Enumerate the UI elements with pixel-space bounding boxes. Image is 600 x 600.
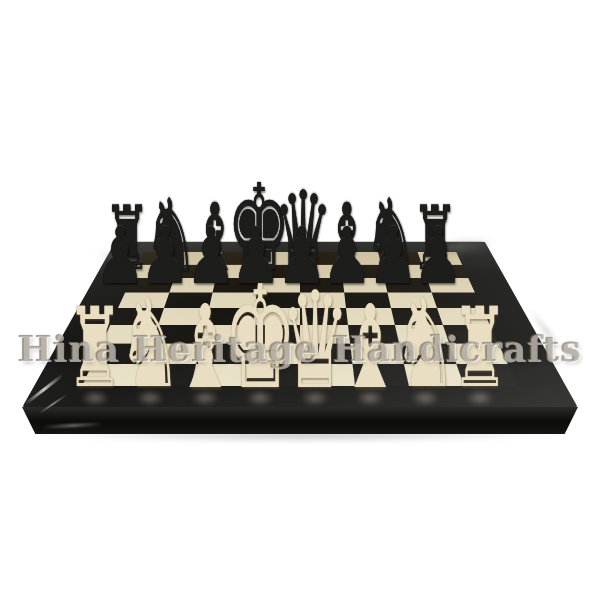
piece-white-knight-g1[interactable]: ♞: [393, 282, 457, 405]
product-photo: ♜♞♝♚♛♝♞♜♟♟♟♟♟♟♟♟♜♞♝♚♛♝♞♜ Hina Heritage H…: [0, 0, 600, 600]
board-shadow: [40, 433, 560, 443]
piece-white-knight-b1[interactable]: ♞: [118, 282, 182, 405]
piece-white-rook-a1[interactable]: ♜: [66, 293, 123, 403]
piece-white-rook-h1[interactable]: ♜: [451, 293, 508, 403]
piece-white-bishop-f1[interactable]: ♝: [340, 289, 400, 404]
